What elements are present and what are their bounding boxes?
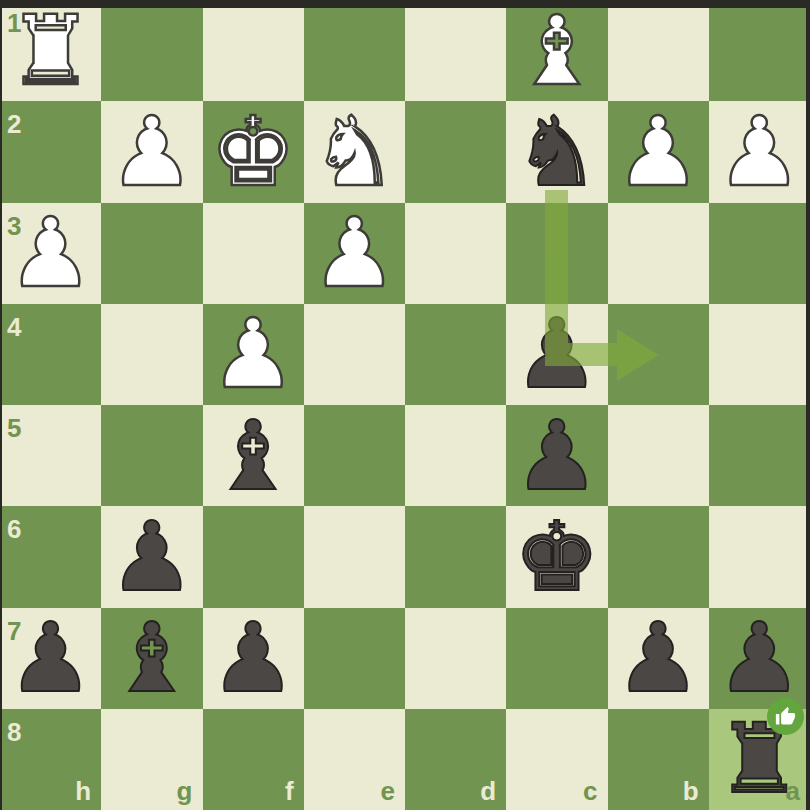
square-e8[interactable] — [304, 709, 405, 810]
thumbs-up-icon — [775, 706, 796, 727]
square-g2[interactable]: ♟ — [101, 101, 202, 202]
white-rook[interactable]: ♜ — [8, 3, 94, 99]
square-a3[interactable] — [709, 203, 810, 304]
square-b7[interactable]: ♟ — [608, 608, 709, 709]
black-knight[interactable]: ♞ — [514, 104, 600, 200]
square-c5[interactable]: ♟ — [506, 405, 607, 506]
square-c3[interactable] — [506, 203, 607, 304]
square-b1[interactable] — [608, 0, 709, 101]
square-e7[interactable] — [304, 608, 405, 709]
square-b6[interactable] — [608, 506, 709, 607]
square-b5[interactable] — [608, 405, 709, 506]
square-f5[interactable]: ♝ — [203, 405, 304, 506]
white-pawn[interactable]: ♟ — [716, 104, 802, 200]
white-knight[interactable]: ♞ — [311, 104, 397, 200]
square-a7[interactable]: ♟ — [709, 608, 810, 709]
black-pawn[interactable]: ♟ — [210, 610, 296, 706]
square-a4[interactable] — [709, 304, 810, 405]
square-b4[interactable] — [608, 304, 709, 405]
square-d6[interactable] — [405, 506, 506, 607]
black-pawn[interactable]: ♟ — [8, 610, 94, 706]
square-d4[interactable] — [405, 304, 506, 405]
square-f1[interactable] — [203, 0, 304, 101]
square-g3[interactable] — [101, 203, 202, 304]
black-bishop[interactable]: ♝ — [109, 610, 195, 706]
chess-app: ♜♝♟♚♞♞♟♟♟♟♟♟♝♟♟♚♟♝♟♟♟♜12345678hgfedcba — [0, 0, 810, 810]
square-f8[interactable] — [203, 709, 304, 810]
square-g4[interactable] — [101, 304, 202, 405]
square-d1[interactable] — [405, 0, 506, 101]
square-g7[interactable]: ♝ — [101, 608, 202, 709]
white-pawn[interactable]: ♟ — [210, 306, 296, 402]
square-g1[interactable] — [101, 0, 202, 101]
square-h1[interactable]: ♜ — [0, 0, 101, 101]
square-d7[interactable] — [405, 608, 506, 709]
square-b8[interactable] — [608, 709, 709, 810]
square-e1[interactable] — [304, 0, 405, 101]
square-g8[interactable] — [101, 709, 202, 810]
white-pawn[interactable]: ♟ — [109, 104, 195, 200]
square-a5[interactable] — [709, 405, 810, 506]
square-h5[interactable] — [0, 405, 101, 506]
black-pawn[interactable]: ♟ — [514, 306, 600, 402]
black-pawn[interactable]: ♟ — [716, 610, 802, 706]
square-g6[interactable]: ♟ — [101, 506, 202, 607]
square-g5[interactable] — [101, 405, 202, 506]
black-pawn[interactable]: ♟ — [514, 408, 600, 504]
square-a2[interactable]: ♟ — [709, 101, 810, 202]
square-d3[interactable] — [405, 203, 506, 304]
page-background-strip-top — [0, 0, 810, 8]
square-h8[interactable] — [0, 709, 101, 810]
square-c7[interactable] — [506, 608, 607, 709]
black-king[interactable]: ♚ — [514, 509, 600, 605]
black-bishop[interactable]: ♝ — [210, 408, 296, 504]
square-d2[interactable] — [405, 101, 506, 202]
square-f4[interactable]: ♟ — [203, 304, 304, 405]
square-f3[interactable] — [203, 203, 304, 304]
square-a1[interactable] — [709, 0, 810, 101]
square-b2[interactable]: ♟ — [608, 101, 709, 202]
square-e2[interactable]: ♞ — [304, 101, 405, 202]
white-pawn[interactable]: ♟ — [8, 205, 94, 301]
black-pawn[interactable]: ♟ — [109, 509, 195, 605]
square-a6[interactable] — [709, 506, 810, 607]
white-pawn[interactable]: ♟ — [615, 104, 701, 200]
square-h6[interactable] — [0, 506, 101, 607]
square-h2[interactable] — [0, 101, 101, 202]
square-f6[interactable] — [203, 506, 304, 607]
chess-board[interactable]: ♜♝♟♚♞♞♟♟♟♟♟♟♝♟♟♚♟♝♟♟♟♜12345678hgfedcba — [0, 0, 810, 810]
square-f2[interactable]: ♚ — [203, 101, 304, 202]
page-background-strip-right — [806, 0, 810, 810]
square-e3[interactable]: ♟ — [304, 203, 405, 304]
square-e5[interactable] — [304, 405, 405, 506]
square-c2[interactable]: ♞ — [506, 101, 607, 202]
square-c8[interactable] — [506, 709, 607, 810]
square-f7[interactable]: ♟ — [203, 608, 304, 709]
square-b3[interactable] — [608, 203, 709, 304]
square-d8[interactable] — [405, 709, 506, 810]
square-e4[interactable] — [304, 304, 405, 405]
white-bishop[interactable]: ♝ — [514, 3, 600, 99]
thumbs-up-badge — [767, 698, 804, 735]
square-c4[interactable]: ♟ — [506, 304, 607, 405]
white-pawn[interactable]: ♟ — [311, 205, 397, 301]
square-c1[interactable]: ♝ — [506, 0, 607, 101]
square-d5[interactable] — [405, 405, 506, 506]
page-background-strip-left — [0, 0, 2, 810]
square-h3[interactable]: ♟ — [0, 203, 101, 304]
square-h4[interactable] — [0, 304, 101, 405]
white-king[interactable]: ♚ — [210, 104, 296, 200]
square-c6[interactable]: ♚ — [506, 506, 607, 607]
square-h7[interactable]: ♟ — [0, 608, 101, 709]
square-e6[interactable] — [304, 506, 405, 607]
black-pawn[interactable]: ♟ — [615, 610, 701, 706]
